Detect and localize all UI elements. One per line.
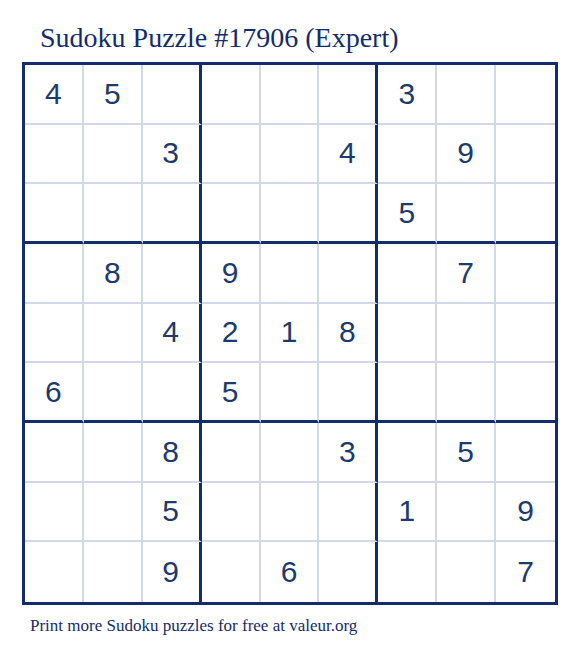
sudoku-cell-r2c4: [202, 125, 261, 185]
sudoku-cell-r1c3: [143, 65, 202, 125]
sudoku-cell-r3c9: [496, 184, 555, 244]
sudoku-cell-r5c2: [84, 304, 143, 364]
sudoku-cell-r5c8: [437, 304, 496, 364]
sudoku-cell-r3c6: [319, 184, 378, 244]
sudoku-cell-r5c9: [496, 304, 555, 364]
sudoku-cell-r2c2: [84, 125, 143, 185]
sudoku-cell-r3c8: [437, 184, 496, 244]
sudoku-cell-r9c7: [378, 542, 437, 602]
sudoku-cell-r1c2: 5: [84, 65, 143, 125]
sudoku-cell-r7c4: [202, 423, 261, 483]
sudoku-cell-r1c6: [319, 65, 378, 125]
sudoku-cell-r1c9: [496, 65, 555, 125]
sudoku-grid: 4533495897421865835519967: [22, 62, 558, 605]
page-title: Sudoku Puzzle #17906 (Expert): [40, 22, 399, 54]
sudoku-cell-r7c7: [378, 423, 437, 483]
sudoku-cell-r4c3: [143, 244, 202, 304]
sudoku-cell-r4c1: [25, 244, 84, 304]
sudoku-cell-r4c8: 7: [437, 244, 496, 304]
sudoku-cell-r4c9: [496, 244, 555, 304]
sudoku-cell-r8c3: 5: [143, 483, 202, 543]
sudoku-cell-r4c7: [378, 244, 437, 304]
sudoku-cell-r1c4: [202, 65, 261, 125]
sudoku-cell-r7c6: 3: [319, 423, 378, 483]
sudoku-cell-r2c6: 4: [319, 125, 378, 185]
sudoku-cell-r3c4: [202, 184, 261, 244]
sudoku-cell-r6c7: [378, 363, 437, 423]
sudoku-cell-r3c2: [84, 184, 143, 244]
sudoku-cell-r4c5: [261, 244, 320, 304]
sudoku-cell-r3c3: [143, 184, 202, 244]
sudoku-cell-r5c1: [25, 304, 84, 364]
sudoku-cell-r6c9: [496, 363, 555, 423]
sudoku-cell-r8c5: [261, 483, 320, 543]
sudoku-cell-r5c6: 8: [319, 304, 378, 364]
sudoku-cell-r6c4: 5: [202, 363, 261, 423]
sudoku-cell-r8c8: [437, 483, 496, 543]
sudoku-cell-r9c8: [437, 542, 496, 602]
sudoku-cell-r3c1: [25, 184, 84, 244]
sudoku-cell-r9c4: [202, 542, 261, 602]
sudoku-cell-r8c2: [84, 483, 143, 543]
sudoku-cell-r7c1: [25, 423, 84, 483]
sudoku-cell-r7c5: [261, 423, 320, 483]
sudoku-cell-r6c3: [143, 363, 202, 423]
sudoku-cell-r6c1: 6: [25, 363, 84, 423]
sudoku-cell-r8c6: [319, 483, 378, 543]
sudoku-cell-r6c8: [437, 363, 496, 423]
sudoku-cell-r9c5: 6: [261, 542, 320, 602]
sudoku-cell-r9c2: [84, 542, 143, 602]
sudoku-cell-r8c4: [202, 483, 261, 543]
sudoku-cell-r5c3: 4: [143, 304, 202, 364]
sudoku-cell-r2c8: 9: [437, 125, 496, 185]
footer-text: Print more Sudoku puzzles for free at va…: [30, 616, 357, 636]
sudoku-cell-r1c7: 3: [378, 65, 437, 125]
sudoku-cell-r6c5: [261, 363, 320, 423]
sudoku-cell-r7c9: [496, 423, 555, 483]
sudoku-cell-r6c2: [84, 363, 143, 423]
sudoku-cell-r8c9: 9: [496, 483, 555, 543]
sudoku-cell-r1c8: [437, 65, 496, 125]
sudoku-cell-r1c5: [261, 65, 320, 125]
sudoku-cell-r9c6: [319, 542, 378, 602]
sudoku-cell-r8c7: 1: [378, 483, 437, 543]
sudoku-cell-r3c5: [261, 184, 320, 244]
sudoku-cell-r5c5: 1: [261, 304, 320, 364]
sudoku-cell-r2c9: [496, 125, 555, 185]
sudoku-cell-r5c7: [378, 304, 437, 364]
sudoku-cell-r9c3: 9: [143, 542, 202, 602]
sudoku-cell-r8c1: [25, 483, 84, 543]
sudoku-cell-r2c7: [378, 125, 437, 185]
sudoku-cell-r6c6: [319, 363, 378, 423]
sudoku-cell-r5c4: 2: [202, 304, 261, 364]
sudoku-cell-r4c2: 8: [84, 244, 143, 304]
sudoku-cell-r7c8: 5: [437, 423, 496, 483]
sudoku-cell-r3c7: 5: [378, 184, 437, 244]
sudoku-cell-r4c6: [319, 244, 378, 304]
sudoku-cell-r2c5: [261, 125, 320, 185]
sudoku-cell-r9c9: 7: [496, 542, 555, 602]
sudoku-cell-r7c3: 8: [143, 423, 202, 483]
sudoku-cell-r2c3: 3: [143, 125, 202, 185]
sudoku-cell-r9c1: [25, 542, 84, 602]
sudoku-cell-r2c1: [25, 125, 84, 185]
sudoku-cell-r4c4: 9: [202, 244, 261, 304]
sudoku-cell-r7c2: [84, 423, 143, 483]
sudoku-cell-r1c1: 4: [25, 65, 84, 125]
